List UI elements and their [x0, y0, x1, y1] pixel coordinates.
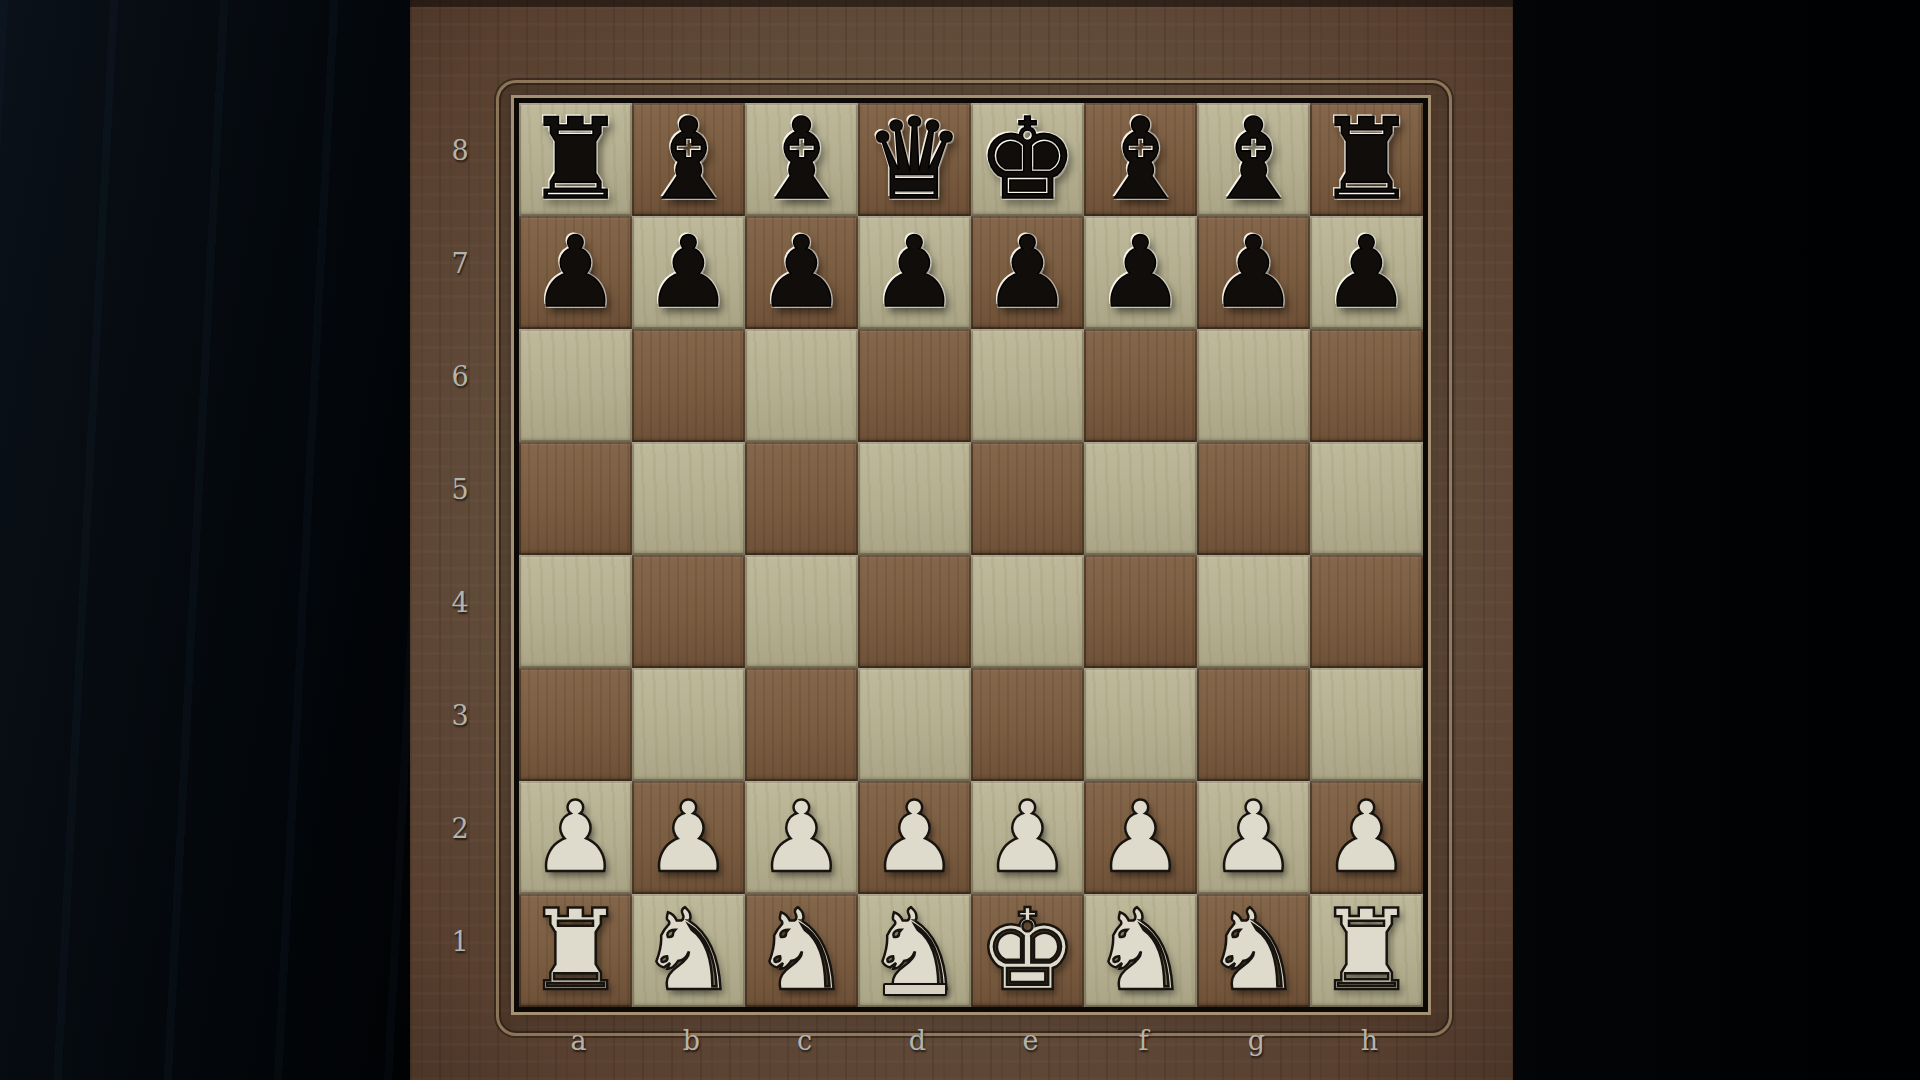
square-c5[interactable]: [745, 442, 858, 555]
piece-white-pawn-d2[interactable]: ♟: [871, 781, 959, 894]
rank-label-3: 3: [432, 659, 488, 772]
square-g4[interactable]: [1197, 555, 1310, 668]
piece-black-pawn-f7[interactable]: ♟: [1097, 216, 1185, 329]
square-d2[interactable]: ♟: [858, 781, 971, 894]
square-b1[interactable]: ♞: [632, 894, 745, 1007]
square-g6[interactable]: [1197, 329, 1310, 442]
square-g5[interactable]: [1197, 442, 1310, 555]
piece-black-pawn-c7[interactable]: ♟: [758, 216, 846, 329]
piece-black-bishop-c8[interactable]: ♝: [751, 103, 851, 216]
piece-black-pawn-d7[interactable]: ♟: [871, 216, 959, 329]
file-label-h: h: [1313, 1014, 1426, 1066]
square-h1[interactable]: ♜: [1310, 894, 1423, 1007]
piece-white-rook-h1[interactable]: ♜: [1316, 894, 1416, 1007]
piece-white-knight-b1[interactable]: ♞: [638, 894, 738, 1007]
piece-white-pawn-f2[interactable]: ♟: [1097, 781, 1185, 894]
square-d8[interactable]: ♛: [858, 103, 971, 216]
piece-white-pawn-b2[interactable]: ♟: [645, 781, 733, 894]
square-h3[interactable]: [1310, 668, 1423, 781]
piece-white-knight-c1[interactable]: ♞: [751, 894, 851, 1007]
square-f2[interactable]: ♟: [1084, 781, 1197, 894]
square-g1[interactable]: ♞: [1197, 894, 1310, 1007]
rank-label-8: 8: [432, 94, 488, 207]
rank-label-6: 6: [432, 320, 488, 433]
square-a3[interactable]: [519, 668, 632, 781]
square-f6[interactable]: [1084, 329, 1197, 442]
square-f8[interactable]: ♝: [1084, 103, 1197, 216]
square-c8[interactable]: ♝: [745, 103, 858, 216]
piece-white-pawn-a2[interactable]: ♟: [532, 781, 620, 894]
square-e2[interactable]: ♟: [971, 781, 1084, 894]
piece-white-pawn-e2[interactable]: ♟: [984, 781, 1072, 894]
square-b3[interactable]: [632, 668, 745, 781]
background-right-vignette: [1511, 0, 1920, 1080]
square-h7[interactable]: ♟: [1310, 216, 1423, 329]
square-f1[interactable]: ♞: [1084, 894, 1197, 1007]
square-f5[interactable]: [1084, 442, 1197, 555]
piece-black-bishop-g8[interactable]: ♝: [1203, 103, 1303, 216]
square-g3[interactable]: [1197, 668, 1310, 781]
square-b6[interactable]: [632, 329, 745, 442]
square-f3[interactable]: [1084, 668, 1197, 781]
piece-black-pawn-e7[interactable]: ♟: [984, 216, 1072, 329]
piece-black-pawn-h7[interactable]: ♟: [1323, 216, 1411, 329]
square-b5[interactable]: [632, 442, 745, 555]
square-e3[interactable]: [971, 668, 1084, 781]
file-label-a: a: [522, 1014, 635, 1066]
piece-black-pawn-g7[interactable]: ♟: [1210, 216, 1298, 329]
square-d4[interactable]: [858, 555, 971, 668]
square-h6[interactable]: [1310, 329, 1423, 442]
board-frame: 87654321 ♜♝♝♛♚♝♝♜♟♟♟♟♟♟♟♟♟♟♟♟♟♟♟♟♜♞♞♞♚♞♞…: [410, 0, 1513, 1080]
square-f7[interactable]: ♟: [1084, 216, 1197, 329]
piece-black-queen-d8[interactable]: ♛: [864, 103, 964, 216]
rank-label-7: 7: [432, 207, 488, 320]
square-c4[interactable]: [745, 555, 858, 668]
square-h4[interactable]: [1310, 555, 1423, 668]
piece-white-pawn-c2[interactable]: ♟: [758, 781, 846, 894]
square-a6[interactable]: [519, 329, 632, 442]
square-a4[interactable]: [519, 555, 632, 668]
square-c2[interactable]: ♟: [745, 781, 858, 894]
square-a8[interactable]: ♜: [519, 103, 632, 216]
square-d1[interactable]: ♞: [858, 894, 971, 1007]
square-d3[interactable]: [858, 668, 971, 781]
square-g8[interactable]: ♝: [1197, 103, 1310, 216]
piece-white-pawn-h2[interactable]: ♟: [1323, 781, 1411, 894]
square-d5[interactable]: [858, 442, 971, 555]
square-a5[interactable]: [519, 442, 632, 555]
piece-black-bishop-b8[interactable]: ♝: [638, 103, 738, 216]
square-c6[interactable]: [745, 329, 858, 442]
chess-board: ♜♝♝♛♚♝♝♜♟♟♟♟♟♟♟♟♟♟♟♟♟♟♟♟♜♞♞♞♚♞♞♜: [514, 98, 1428, 1012]
square-h5[interactable]: [1310, 442, 1423, 555]
square-g7[interactable]: ♟: [1197, 216, 1310, 329]
square-b8[interactable]: ♝: [632, 103, 745, 216]
background-left-vignette: [0, 0, 412, 1080]
file-labels: abcdefgh: [522, 1014, 1426, 1066]
rank-labels: 87654321: [432, 106, 488, 1010]
square-a2[interactable]: ♟: [519, 781, 632, 894]
square-e6[interactable]: [971, 329, 1084, 442]
square-b4[interactable]: [632, 555, 745, 668]
square-b7[interactable]: ♟: [632, 216, 745, 329]
square-c7[interactable]: ♟: [745, 216, 858, 329]
square-e1[interactable]: ♚: [971, 894, 1084, 1007]
square-e5[interactable]: [971, 442, 1084, 555]
file-label-e: e: [974, 1014, 1087, 1066]
rank-label-2: 2: [432, 772, 488, 885]
piece-white-knight-d1[interactable]: ♞: [864, 894, 964, 1007]
square-c3[interactable]: [745, 668, 858, 781]
square-d6[interactable]: [858, 329, 971, 442]
rank-label-1: 1: [432, 885, 488, 998]
piece-black-rook-h8[interactable]: ♜: [1316, 103, 1416, 216]
square-h8[interactable]: ♜: [1310, 103, 1423, 216]
square-b2[interactable]: ♟: [632, 781, 745, 894]
piece-white-king-e1[interactable]: ♚: [977, 894, 1077, 1007]
rank-label-4: 4: [432, 546, 488, 659]
square-a7[interactable]: ♟: [519, 216, 632, 329]
piece-black-pawn-b7[interactable]: ♟: [645, 216, 733, 329]
file-label-f: f: [1087, 1014, 1200, 1066]
piece-black-bishop-f8[interactable]: ♝: [1090, 103, 1190, 216]
piece-black-king-e8[interactable]: ♚: [977, 103, 1077, 216]
board-grid: ♜♝♝♛♚♝♝♜♟♟♟♟♟♟♟♟♟♟♟♟♟♟♟♟♜♞♞♞♚♞♞♜: [519, 103, 1423, 1007]
piece-black-pawn-a7[interactable]: ♟: [532, 216, 620, 329]
square-h2[interactable]: ♟: [1310, 781, 1423, 894]
square-a1[interactable]: ♜: [519, 894, 632, 1007]
piece-white-knight-f1[interactable]: ♞: [1090, 894, 1190, 1007]
file-label-c: c: [748, 1014, 861, 1066]
square-e7[interactable]: ♟: [971, 216, 1084, 329]
piece-white-knight-g1[interactable]: ♞: [1203, 894, 1303, 1007]
piece-white-rook-a1[interactable]: ♜: [525, 894, 625, 1007]
square-e4[interactable]: [971, 555, 1084, 668]
file-label-g: g: [1200, 1014, 1313, 1066]
square-e8[interactable]: ♚: [971, 103, 1084, 216]
square-g2[interactable]: ♟: [1197, 781, 1310, 894]
piece-black-rook-a8[interactable]: ♜: [525, 103, 625, 216]
square-d7[interactable]: ♟: [858, 216, 971, 329]
file-label-d: d: [861, 1014, 974, 1066]
file-label-b: b: [635, 1014, 748, 1066]
rank-label-5: 5: [432, 433, 488, 546]
square-c1[interactable]: ♞: [745, 894, 858, 1007]
piece-white-pawn-g2[interactable]: ♟: [1210, 781, 1298, 894]
square-f4[interactable]: [1084, 555, 1197, 668]
